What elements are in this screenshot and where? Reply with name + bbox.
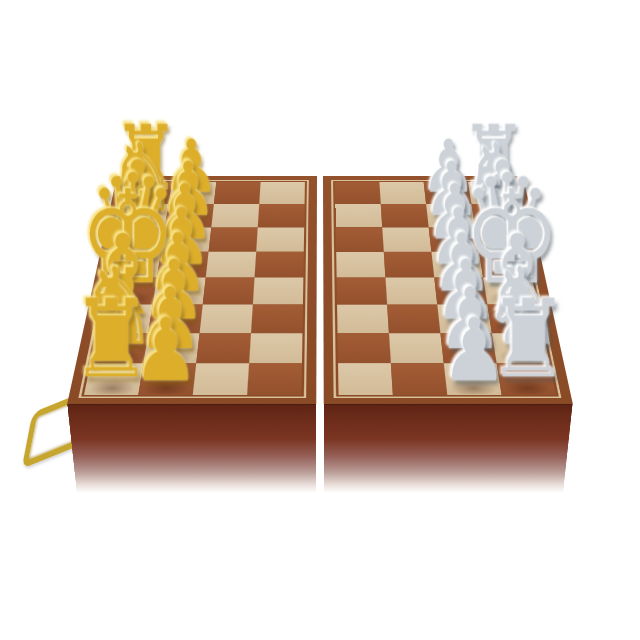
square-c4 [256,227,304,251]
square-a6 [379,182,426,204]
square-g4 [249,333,302,363]
square-b5 [335,204,382,227]
square-g3 [196,333,251,363]
square-g6 [389,333,444,363]
square-d4 [255,252,304,278]
square-f5 [337,305,389,334]
square-f3 [200,305,253,334]
square-d5 [336,252,385,278]
square-b4 [258,204,305,227]
square-c6 [382,227,431,251]
square-d6 [384,252,434,278]
board-left-half: ♜♟♞♟♝♟♛♟♚♟♝♟♞♟♜♟ [67,176,317,404]
left-half-squares: ♜♟♞♟♝♟♛♟♚♟♝♟♞♟♜♟ [84,182,305,395]
right-half-squares: ♟♜♟♞♟♝♟♛♟♚♟♝♟♞♟♜ [335,182,556,395]
square-g5 [338,333,391,363]
square-c3 [209,227,258,251]
square-e6 [385,278,437,305]
silver-rook: ♜ [488,285,570,393]
square-a5 [335,182,381,204]
square-a3 [214,182,261,204]
left-box-front-face [67,404,316,493]
gold-pawn: ♟ [133,306,199,393]
square-h2: ♟ [138,363,196,395]
square-a4 [259,182,305,204]
square-c5 [336,227,384,251]
square-h5 [338,363,393,395]
board-right-half: ♟♜♟♞♟♝♟♛♟♚♟♝♟♞♟♜ [323,176,573,404]
square-h4 [247,363,302,395]
square-e5 [337,278,388,305]
square-e3 [203,278,255,305]
square-h6 [391,363,447,395]
square-f4 [251,305,303,334]
square-e4 [253,278,304,305]
chess-set-photo: ♜♟♞♟♝♟♛♟♚♟♝♟♞♟♜♟ ♟♜♟♞♟♝♟♛♟♚♟♝♟♞♟♜ [0,0,640,640]
right-box-front-face [324,404,573,493]
chess-board: ♜♟♞♟♝♟♛♟♚♟♝♟♞♟♜♟ ♟♜♟♞♟♝♟♛♟♚♟♝♟♞♟♜ [67,176,573,404]
square-b6 [381,204,429,227]
square-h3 [193,363,249,395]
square-h8: ♜ [497,363,556,395]
square-f6 [387,305,440,334]
square-d3 [206,252,256,278]
square-b3 [211,204,259,227]
